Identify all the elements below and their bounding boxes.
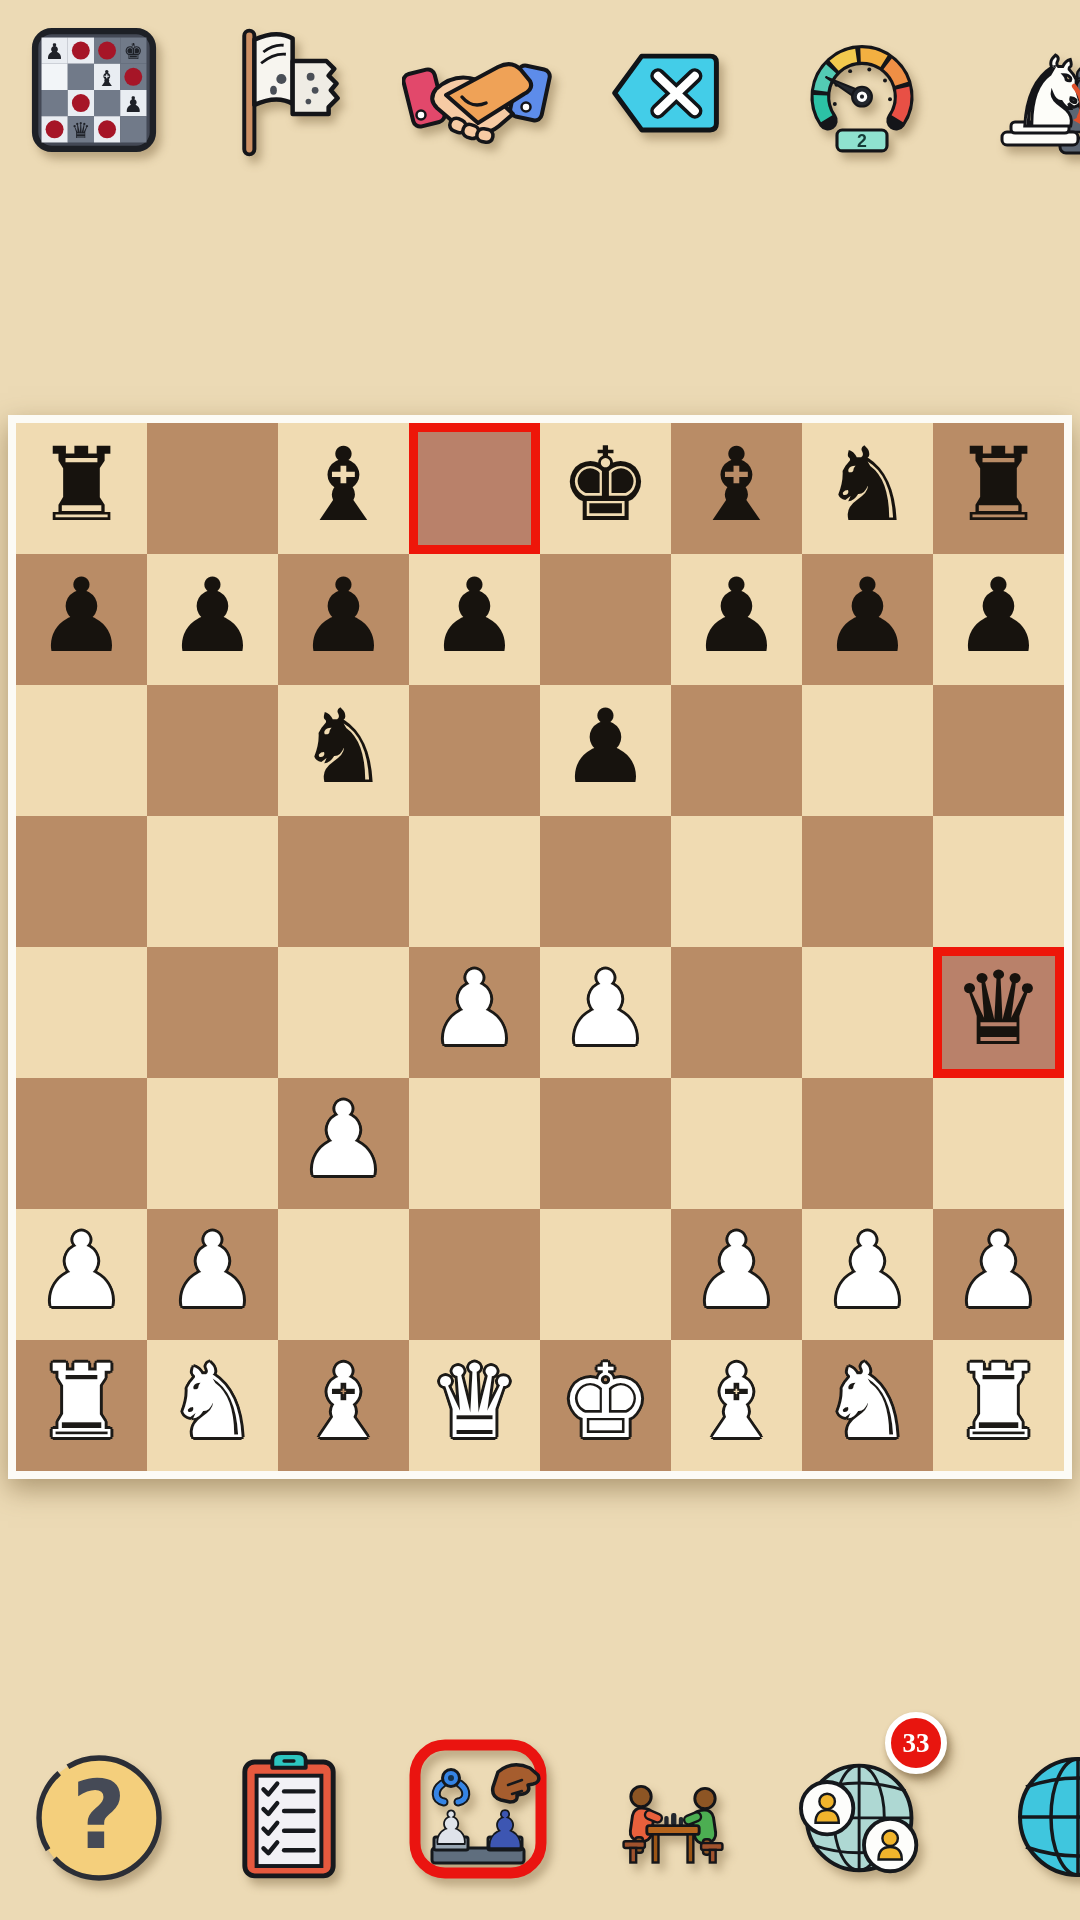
svg-text:♞: ♞ <box>1009 36 1080 149</box>
square-c1[interactable]: ♝ <box>278 1340 409 1471</box>
square-h1[interactable]: ♜ <box>933 1340 1064 1471</box>
square-e6[interactable]: ♟ <box>540 685 671 816</box>
square-a5[interactable] <box>16 816 147 947</box>
square-g5[interactable] <box>802 816 933 947</box>
black-rook-h8[interactable]: ♜ <box>953 434 1044 536</box>
svg-text:?: ? <box>72 1761 126 1870</box>
square-b8[interactable] <box>147 423 278 554</box>
white-pawn-d4[interactable]: ♟ <box>429 958 520 1060</box>
black-pawn-b7[interactable]: ♟ <box>167 565 258 667</box>
white-queen-d1[interactable]: ♛ <box>429 1351 520 1453</box>
difficulty-level-label: 2 <box>857 131 867 151</box>
square-e7[interactable] <box>540 554 671 685</box>
black-knight-c6[interactable]: ♞ <box>298 696 389 798</box>
square-b4[interactable] <box>147 947 278 1078</box>
white-pawn-e4[interactable]: ♟ <box>560 958 651 1060</box>
square-f3[interactable] <box>671 1078 802 1209</box>
square-c8[interactable]: ♝ <box>278 423 409 554</box>
square-a6[interactable] <box>16 685 147 816</box>
square-f8[interactable]: ♝ <box>671 423 802 554</box>
robot-claw <box>436 1770 466 1803</box>
square-c2[interactable] <box>278 1209 409 1340</box>
square-f1[interactable]: ♝ <box>671 1340 802 1471</box>
handshake-icon <box>402 45 552 150</box>
white-knight-b1[interactable]: ♞ <box>167 1351 258 1453</box>
gauge-icon: 2 <box>798 30 926 155</box>
black-bishop-f8[interactable]: ♝ <box>691 434 782 536</box>
black-pawn-c7[interactable]: ♟ <box>298 565 389 667</box>
black-knight-g8[interactable]: ♞ <box>822 434 913 536</box>
square-c3[interactable]: ♟ <box>278 1078 409 1209</box>
svg-text:♚: ♚ <box>124 39 144 64</box>
square-a3[interactable] <box>16 1078 147 1209</box>
square-d6[interactable] <box>409 685 540 816</box>
resign-button[interactable] <box>225 25 340 160</box>
white-rook-h1[interactable]: ♜ <box>953 1351 1044 1453</box>
local-two-player-mode-button[interactable] <box>610 1752 736 1878</box>
player-avatar <box>801 1782 853 1834</box>
square-b6[interactable] <box>147 685 278 816</box>
white-pawn-f2[interactable]: ♟ <box>691 1220 782 1322</box>
square-g7[interactable]: ♟ <box>802 554 933 685</box>
square-h7[interactable]: ♟ <box>933 554 1064 685</box>
square-d1[interactable]: ♛ <box>409 1340 540 1471</box>
switch-sides-button[interactable]: ♞ ♞ <box>988 26 1080 158</box>
square-a1[interactable]: ♜ <box>16 1340 147 1471</box>
square-d5[interactable] <box>409 816 540 947</box>
white-flag-icon <box>225 25 340 160</box>
vs-computer-mode-button[interactable]: ♟ ♟ <box>408 1738 548 1880</box>
square-g6[interactable] <box>802 685 933 816</box>
question-icon: ? <box>33 1752 165 1884</box>
square-f6[interactable] <box>671 685 802 816</box>
square-a4[interactable] <box>16 947 147 1078</box>
square-e8[interactable]: ♚ <box>540 423 671 554</box>
difficulty-button[interactable]: 2 <box>798 30 926 155</box>
square-h6[interactable] <box>933 685 1064 816</box>
square-h8[interactable]: ♜ <box>933 423 1064 554</box>
square-h3[interactable] <box>933 1078 1064 1209</box>
black-pawn-e6[interactable]: ♟ <box>560 696 651 798</box>
black-bishop-c8[interactable]: ♝ <box>298 434 389 536</box>
black-pawn-f7[interactable]: ♟ <box>691 565 782 667</box>
svg-text:♟: ♟ <box>482 1800 529 1860</box>
square-h5[interactable] <box>933 816 1064 947</box>
globe-icon <box>1012 1752 1080 1882</box>
square-g1[interactable]: ♞ <box>802 1340 933 1471</box>
square-a2[interactable]: ♟ <box>16 1209 147 1340</box>
square-b2[interactable]: ♟ <box>147 1209 278 1340</box>
app-screen: ♟ ♚ ♝ ♟ ♛ <box>0 0 1080 1920</box>
help-button[interactable]: ? <box>33 1752 165 1884</box>
square-f4[interactable] <box>671 947 802 1078</box>
square-d3[interactable] <box>409 1078 540 1209</box>
square-b7[interactable]: ♟ <box>147 554 278 685</box>
white-pawn-g2[interactable]: ♟ <box>822 1220 913 1322</box>
white-bishop-f1[interactable]: ♝ <box>691 1351 782 1453</box>
square-c7[interactable]: ♟ <box>278 554 409 685</box>
two-knights-icon: ♞ ♞ <box>988 26 1080 158</box>
svg-text:♟: ♟ <box>430 1801 471 1855</box>
online-play-button[interactable]: 33 <box>795 1752 931 1878</box>
white-pawn-c3[interactable]: ♟ <box>298 1089 389 1191</box>
clipboard-checklist-icon <box>235 1742 343 1884</box>
square-e4[interactable]: ♟ <box>540 947 671 1078</box>
square-a7[interactable]: ♟ <box>16 554 147 685</box>
white-king-e1[interactable]: ♚ <box>560 1351 651 1453</box>
black-pawn-g7[interactable]: ♟ <box>822 565 913 667</box>
chess-board: ♜♝♚♝♞♜♟♟♟♟♟♟♟♞♟♟♟♛♟♟♟♟♟♟♜♞♝♛♚♝♞♜ <box>8 415 1072 1479</box>
square-f2[interactable]: ♟ <box>671 1209 802 1340</box>
black-pawn-a7[interactable]: ♟ <box>36 565 127 667</box>
move-list-button[interactable] <box>235 1742 343 1884</box>
square-e3[interactable] <box>540 1078 671 1209</box>
white-rook-a1[interactable]: ♜ <box>36 1351 127 1453</box>
table-players-icon <box>610 1752 736 1878</box>
square-h4[interactable]: ♛ <box>933 947 1064 1078</box>
black-king-e8[interactable]: ♚ <box>560 434 651 536</box>
svg-text:♝: ♝ <box>97 66 117 91</box>
offer-draw-button[interactable] <box>402 45 552 150</box>
square-a8[interactable]: ♜ <box>16 423 147 554</box>
square-c6[interactable]: ♞ <box>278 685 409 816</box>
square-c4[interactable] <box>278 947 409 1078</box>
threat-board-button[interactable]: ♟ ♚ ♝ ♟ ♛ <box>30 26 158 154</box>
square-e5[interactable] <box>540 816 671 947</box>
square-b5[interactable] <box>147 816 278 947</box>
square-b3[interactable] <box>147 1078 278 1209</box>
square-g2[interactable]: ♟ <box>802 1209 933 1340</box>
square-g4[interactable] <box>802 947 933 1078</box>
black-pawn-d7[interactable]: ♟ <box>429 565 520 667</box>
world-button[interactable] <box>1012 1752 1080 1882</box>
white-bishop-c1[interactable]: ♝ <box>298 1351 389 1453</box>
black-pawn-h7[interactable]: ♟ <box>953 565 1044 667</box>
undo-move-button[interactable] <box>607 48 725 138</box>
white-pawn-h2[interactable]: ♟ <box>953 1220 1044 1322</box>
square-f7[interactable]: ♟ <box>671 554 802 685</box>
square-d2[interactable] <box>409 1209 540 1340</box>
player-avatar <box>864 1819 916 1871</box>
svg-text:♛: ♛ <box>71 118 91 143</box>
notification-badge: 33 <box>885 1712 947 1774</box>
svg-text:♟: ♟ <box>124 92 144 117</box>
square-c5[interactable] <box>278 816 409 947</box>
square-b1[interactable]: ♞ <box>147 1340 278 1471</box>
square-g8[interactable]: ♞ <box>802 423 933 554</box>
square-g3[interactable] <box>802 1078 933 1209</box>
square-e1[interactable]: ♚ <box>540 1340 671 1471</box>
black-queen-h4[interactable]: ♛ <box>953 958 1044 1060</box>
square-h2[interactable]: ♟ <box>933 1209 1064 1340</box>
square-d8[interactable] <box>409 423 540 554</box>
svg-text:♟: ♟ <box>45 39 65 64</box>
hand-vs-robot-icon: ♟ ♟ <box>408 1738 548 1880</box>
back-x-icon <box>607 48 725 138</box>
white-pawn-a2[interactable]: ♟ <box>36 1220 127 1322</box>
square-d4[interactable]: ♟ <box>409 947 540 1078</box>
white-knight-g1[interactable]: ♞ <box>822 1351 913 1453</box>
mini-board-icon: ♟ ♚ ♝ ♟ ♛ <box>30 26 158 154</box>
square-e2[interactable] <box>540 1209 671 1340</box>
black-rook-a8[interactable]: ♜ <box>36 434 127 536</box>
square-d7[interactable]: ♟ <box>409 554 540 685</box>
white-pawn-b2[interactable]: ♟ <box>167 1220 258 1322</box>
square-f5[interactable] <box>671 816 802 947</box>
